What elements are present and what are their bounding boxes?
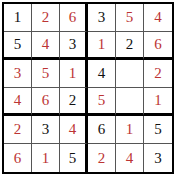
cell-r6c5[interactable]: 4 [116, 144, 144, 172]
cell-r3c3[interactable]: 1 [60, 60, 88, 88]
cell-r1c3[interactable]: 6 [60, 4, 88, 32]
cell-r4c1[interactable]: 4 [4, 88, 32, 116]
cell-r5c1[interactable]: 2 [4, 116, 32, 144]
cell-r1c1[interactable]: 1 [4, 4, 32, 32]
cell-r3c5[interactable] [116, 60, 144, 88]
cell-r1c4[interactable]: 3 [88, 4, 116, 32]
cell-r5c6[interactable]: 5 [144, 116, 172, 144]
cell-r6c3[interactable]: 5 [60, 144, 88, 172]
cell-r5c5[interactable]: 1 [116, 116, 144, 144]
cell-r4c4[interactable]: 5 [88, 88, 116, 116]
cell-r1c5[interactable]: 5 [116, 4, 144, 32]
cell-r6c1[interactable]: 6 [4, 144, 32, 172]
cell-r2c1[interactable]: 5 [4, 32, 32, 60]
cell-r3c6[interactable]: 2 [144, 60, 172, 88]
cell-r1c2[interactable]: 2 [32, 4, 60, 32]
cell-r4c6[interactable]: 1 [144, 88, 172, 116]
cell-r1c6[interactable]: 4 [144, 4, 172, 32]
cell-r4c3[interactable]: 2 [60, 88, 88, 116]
cell-r3c2[interactable]: 5 [32, 60, 60, 88]
sudoku-board: 1263545431263514246251234615615243 [2, 2, 174, 174]
cell-r5c3[interactable]: 4 [60, 116, 88, 144]
cell-r2c6[interactable]: 6 [144, 32, 172, 60]
cell-r2c4[interactable]: 1 [88, 32, 116, 60]
cell-r3c4[interactable]: 4 [88, 60, 116, 88]
cell-r5c2[interactable]: 3 [32, 116, 60, 144]
cell-r2c2[interactable]: 4 [32, 32, 60, 60]
cell-r6c4[interactable]: 2 [88, 144, 116, 172]
cell-r4c2[interactable]: 6 [32, 88, 60, 116]
cell-r3c1[interactable]: 3 [4, 60, 32, 88]
cell-r6c2[interactable]: 1 [32, 144, 60, 172]
cell-r4c5[interactable] [116, 88, 144, 116]
cell-r2c5[interactable]: 2 [116, 32, 144, 60]
cell-r5c4[interactable]: 6 [88, 116, 116, 144]
cell-r6c6[interactable]: 3 [144, 144, 172, 172]
cell-r2c3[interactable]: 3 [60, 32, 88, 60]
